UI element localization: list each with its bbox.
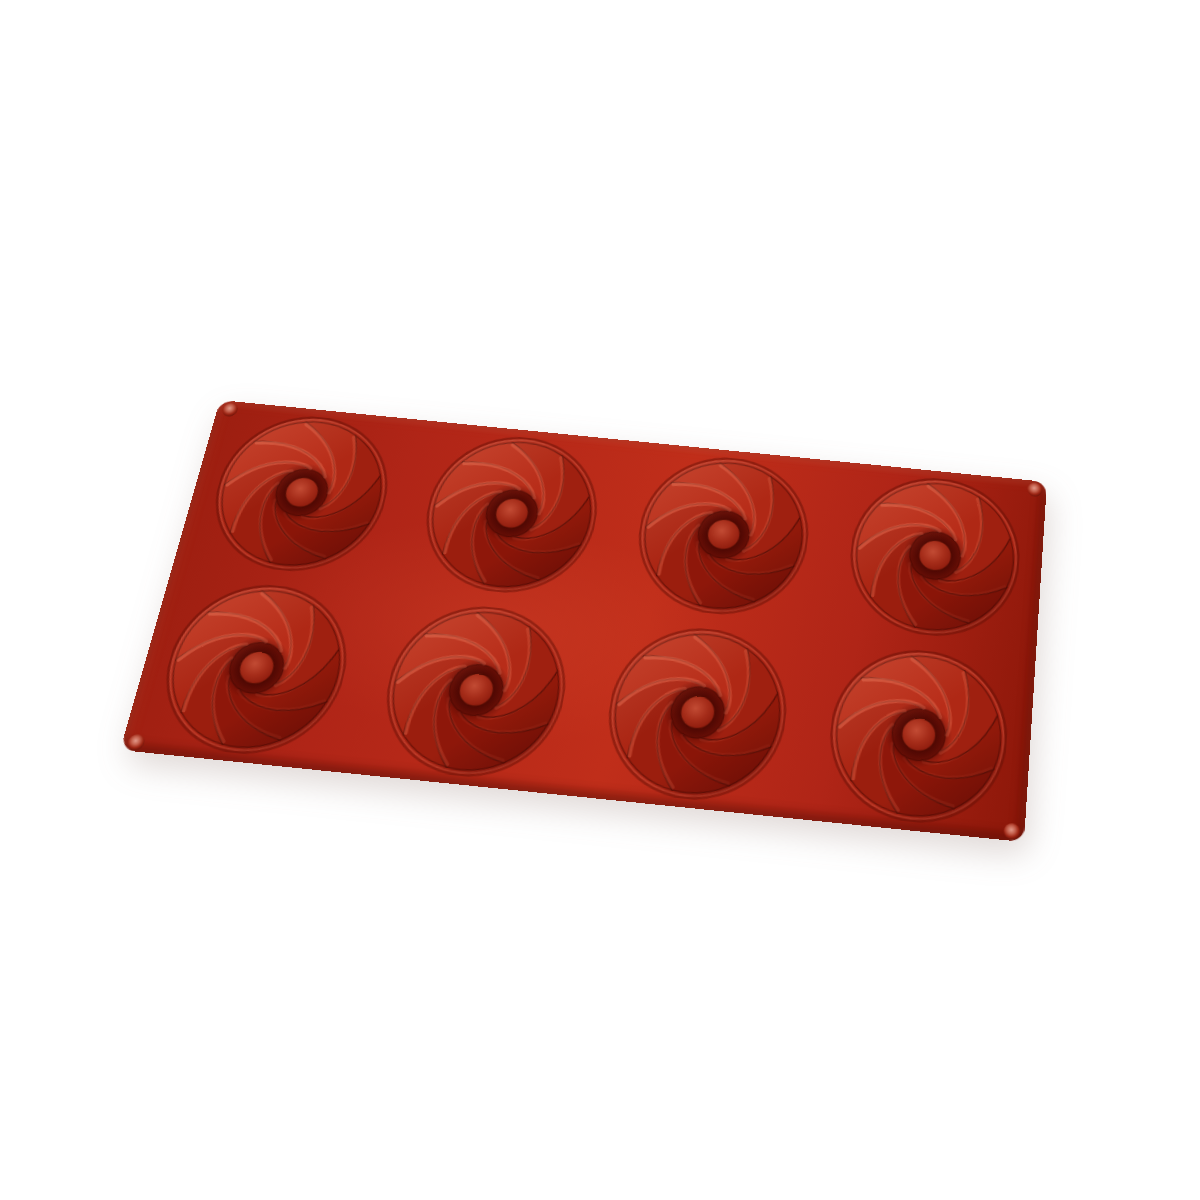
corner-hole-top-left: [220, 402, 239, 417]
swirl-cavity-r2-c1: [146, 577, 363, 762]
corner-hole-top-right: [1026, 481, 1042, 496]
swirl-cavity-r1-c1: [197, 409, 403, 578]
corner-hole-bottom-right: [1003, 822, 1021, 840]
photo-stage: [0, 0, 1200, 1200]
silicone-mold-sheet: [120, 400, 1047, 842]
swirl-cavity-r2-c4: [822, 642, 1013, 831]
swirl-cavity-r1-c2: [411, 430, 609, 601]
swirl-cavity-r2-c2: [370, 599, 578, 785]
corner-hole-bottom-left: [125, 733, 146, 751]
swirl-cavity-r1-c3: [627, 450, 817, 622]
swirl-cavity-r1-c4: [843, 471, 1025, 644]
swirl-cavity-r2-c3: [596, 621, 796, 808]
